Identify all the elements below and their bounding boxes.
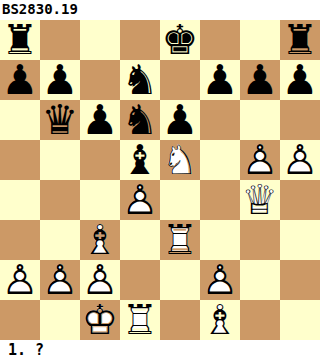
square-b3[interactable] — [40, 220, 80, 260]
square-b6[interactable]: ♛ — [40, 100, 80, 140]
square-g5[interactable]: ♟♙ — [240, 140, 280, 180]
square-f4[interactable] — [200, 180, 240, 220]
square-d2[interactable] — [120, 260, 160, 300]
square-c8[interactable] — [80, 20, 120, 60]
white-pawn[interactable]: ♟♙ — [80, 260, 120, 300]
square-h5[interactable]: ♟♙ — [280, 140, 320, 180]
square-d4[interactable]: ♟♙ — [120, 180, 160, 220]
white-pawn[interactable]: ♟♙ — [280, 140, 320, 180]
black-pawn[interactable]: ♟ — [0, 60, 40, 100]
square-f3[interactable] — [200, 220, 240, 260]
white-king[interactable]: ♚♔ — [80, 300, 120, 340]
square-g7[interactable]: ♟ — [240, 60, 280, 100]
black-queen[interactable]: ♛ — [40, 100, 80, 140]
square-c3[interactable]: ♝♗ — [80, 220, 120, 260]
black-pawn[interactable]: ♟ — [200, 60, 240, 100]
square-h6[interactable] — [280, 100, 320, 140]
black-knight[interactable]: ♞ — [120, 100, 160, 140]
square-a7[interactable]: ♟ — [0, 60, 40, 100]
square-d1[interactable]: ♜♖ — [120, 300, 160, 340]
white-pawn[interactable]: ♟♙ — [120, 180, 160, 220]
square-e2[interactable] — [160, 260, 200, 300]
black-rook[interactable]: ♜ — [0, 20, 40, 60]
page-title: BS2830.19 — [0, 0, 320, 20]
square-d6[interactable]: ♞ — [120, 100, 160, 140]
white-pawn[interactable]: ♟♙ — [200, 260, 240, 300]
chess-board: ♜♚♜♟♟♞♟♟♟♛♟♞♟♝♞♘♟♙♟♙♟♙♛♕♝♗♜♖♟♙♟♙♟♙♟♙♚♔♜♖… — [0, 20, 320, 340]
black-knight[interactable]: ♞ — [120, 60, 160, 100]
square-f6[interactable] — [200, 100, 240, 140]
square-g4[interactable]: ♛♕ — [240, 180, 280, 220]
square-g1[interactable] — [240, 300, 280, 340]
square-f8[interactable] — [200, 20, 240, 60]
black-king[interactable]: ♚ — [160, 20, 200, 60]
square-e6[interactable]: ♟ — [160, 100, 200, 140]
black-pawn[interactable]: ♟ — [40, 60, 80, 100]
square-e4[interactable] — [160, 180, 200, 220]
square-b2[interactable]: ♟♙ — [40, 260, 80, 300]
square-h8[interactable]: ♜ — [280, 20, 320, 60]
square-c4[interactable] — [80, 180, 120, 220]
square-f7[interactable]: ♟ — [200, 60, 240, 100]
square-e5[interactable]: ♞♘ — [160, 140, 200, 180]
square-c7[interactable] — [80, 60, 120, 100]
square-c1[interactable]: ♚♔ — [80, 300, 120, 340]
move-prompt: 1. ? — [0, 340, 320, 360]
square-f1[interactable]: ♝♗ — [200, 300, 240, 340]
square-b1[interactable] — [40, 300, 80, 340]
square-a2[interactable]: ♟♙ — [0, 260, 40, 300]
square-h4[interactable] — [280, 180, 320, 220]
square-f2[interactable]: ♟♙ — [200, 260, 240, 300]
square-c2[interactable]: ♟♙ — [80, 260, 120, 300]
square-h3[interactable] — [280, 220, 320, 260]
square-g2[interactable] — [240, 260, 280, 300]
square-h7[interactable]: ♟ — [280, 60, 320, 100]
square-b4[interactable] — [40, 180, 80, 220]
square-b5[interactable] — [40, 140, 80, 180]
black-pawn[interactable]: ♟ — [280, 60, 320, 100]
square-e3[interactable]: ♜♖ — [160, 220, 200, 260]
square-d3[interactable] — [120, 220, 160, 260]
white-pawn[interactable]: ♟♙ — [40, 260, 80, 300]
square-a3[interactable] — [0, 220, 40, 260]
square-g6[interactable] — [240, 100, 280, 140]
square-a8[interactable]: ♜ — [0, 20, 40, 60]
white-pawn[interactable]: ♟♙ — [0, 260, 40, 300]
white-queen[interactable]: ♛♕ — [240, 180, 280, 220]
white-bishop[interactable]: ♝♗ — [200, 300, 240, 340]
square-b7[interactable]: ♟ — [40, 60, 80, 100]
white-knight[interactable]: ♞♘ — [160, 140, 200, 180]
square-c6[interactable]: ♟ — [80, 100, 120, 140]
square-g3[interactable] — [240, 220, 280, 260]
black-pawn[interactable]: ♟ — [80, 100, 120, 140]
black-pawn[interactable]: ♟ — [240, 60, 280, 100]
black-pawn[interactable]: ♟ — [160, 100, 200, 140]
square-f5[interactable] — [200, 140, 240, 180]
square-g8[interactable] — [240, 20, 280, 60]
square-e7[interactable] — [160, 60, 200, 100]
square-d8[interactable] — [120, 20, 160, 60]
square-b8[interactable] — [40, 20, 80, 60]
square-e8[interactable]: ♚ — [160, 20, 200, 60]
white-rook[interactable]: ♜♖ — [160, 220, 200, 260]
white-rook[interactable]: ♜♖ — [120, 300, 160, 340]
white-bishop[interactable]: ♝♗ — [80, 220, 120, 260]
black-bishop[interactable]: ♝ — [120, 140, 160, 180]
square-a1[interactable] — [0, 300, 40, 340]
square-d5[interactable]: ♝ — [120, 140, 160, 180]
black-rook[interactable]: ♜ — [280, 20, 320, 60]
square-d7[interactable]: ♞ — [120, 60, 160, 100]
square-e1[interactable] — [160, 300, 200, 340]
square-h2[interactable] — [280, 260, 320, 300]
square-a4[interactable] — [0, 180, 40, 220]
square-h1[interactable] — [280, 300, 320, 340]
square-c5[interactable] — [80, 140, 120, 180]
white-pawn[interactable]: ♟♙ — [240, 140, 280, 180]
square-a5[interactable] — [0, 140, 40, 180]
square-a6[interactable] — [0, 100, 40, 140]
